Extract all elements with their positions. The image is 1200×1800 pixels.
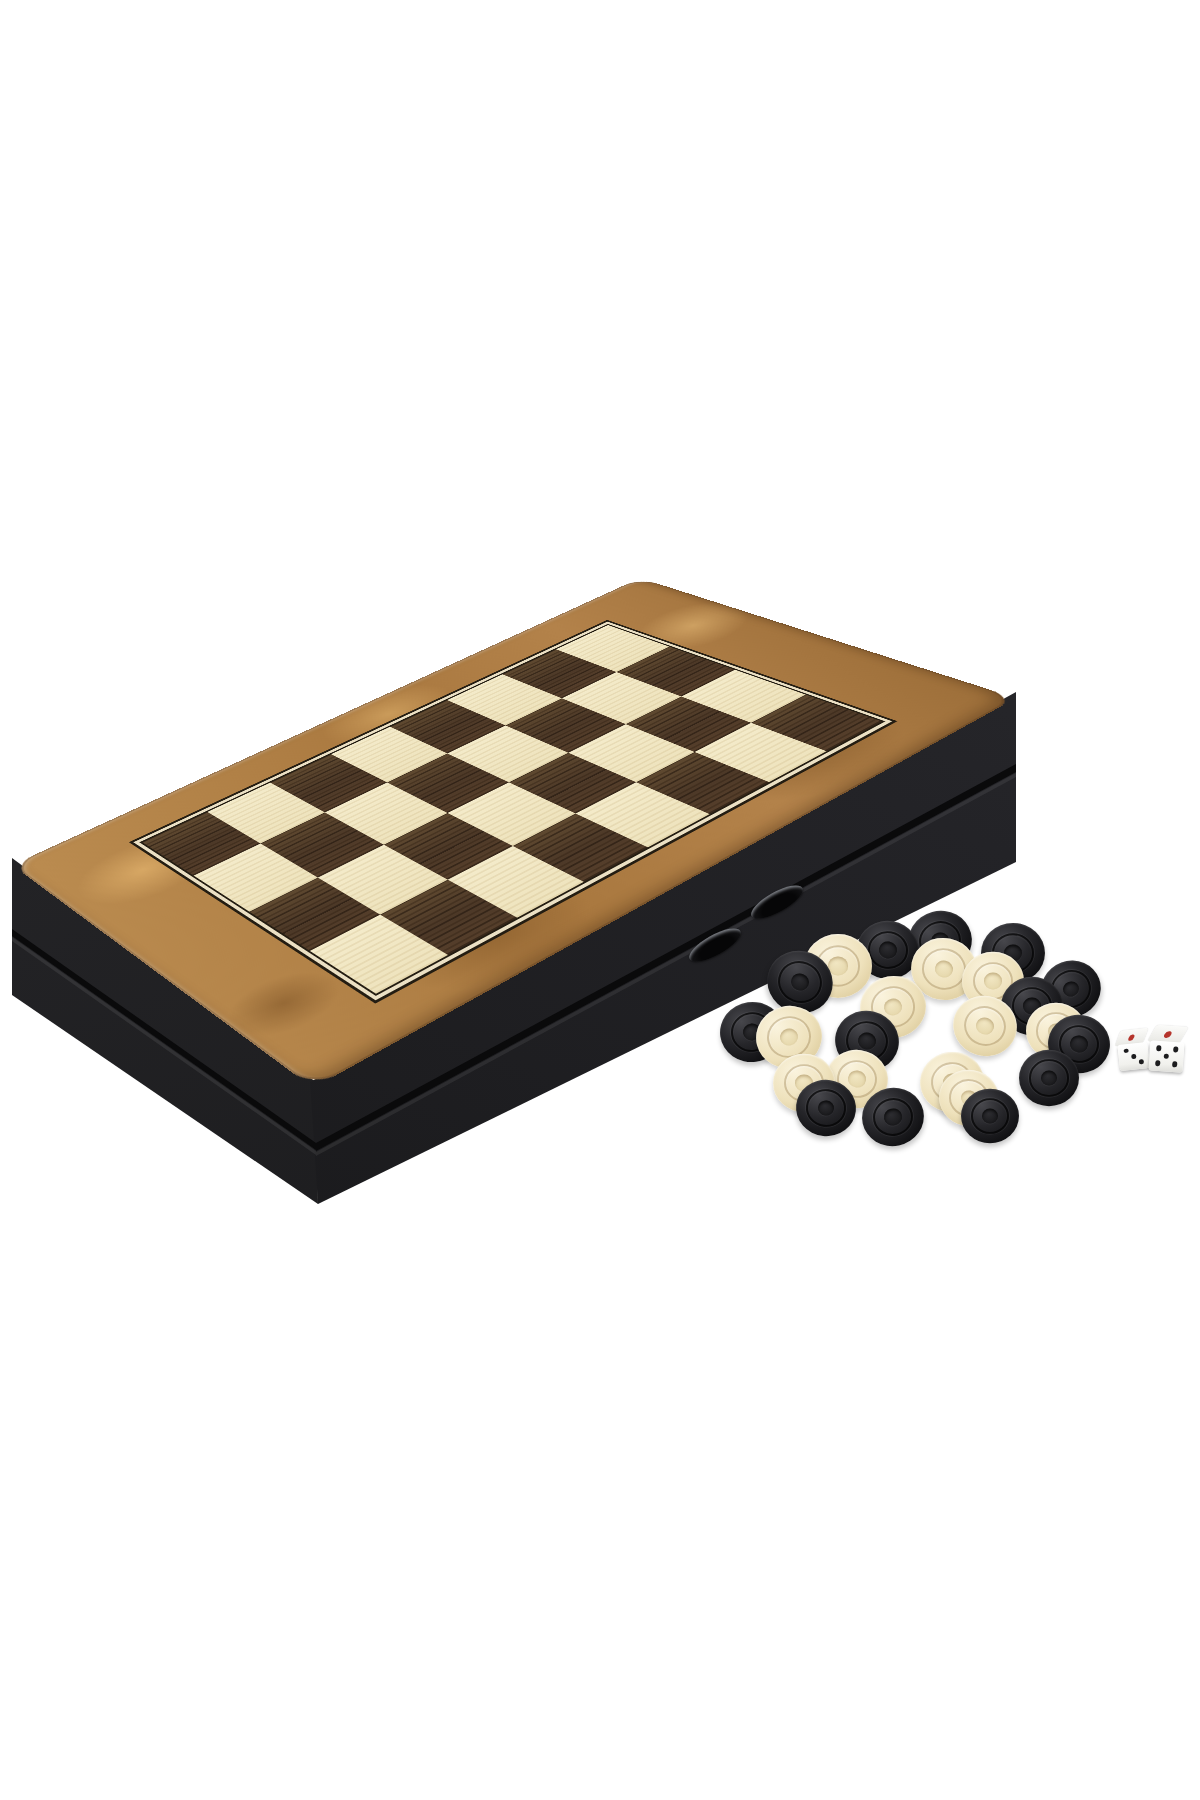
die-2	[1148, 1024, 1185, 1073]
die-pip	[1164, 1054, 1170, 1060]
product-photo-stage	[0, 0, 1200, 1800]
die-1	[1116, 1028, 1150, 1072]
die-pip	[1173, 1047, 1179, 1053]
die-pip	[1156, 1045, 1162, 1051]
die-pip	[1163, 1031, 1173, 1038]
die-pip	[1131, 1054, 1136, 1059]
die-pip	[1123, 1048, 1128, 1053]
die-front-face	[1148, 1040, 1184, 1072]
dice-pair	[0, 0, 1200, 1800]
die-pip	[1128, 1034, 1136, 1041]
die-front-face	[1117, 1042, 1150, 1071]
die-pip	[1172, 1062, 1178, 1068]
die-pip	[1139, 1059, 1144, 1064]
die-pip	[1155, 1060, 1161, 1066]
